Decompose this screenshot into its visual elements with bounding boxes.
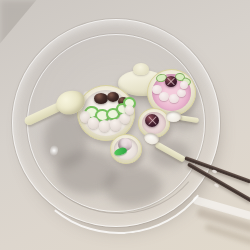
rice-ball [180, 81, 188, 89]
dumpling [125, 105, 134, 115]
dumpling [110, 119, 121, 131]
photo-miniature-food-scene [0, 0, 250, 250]
rice-ball [177, 89, 186, 97]
dumpling [88, 117, 99, 129]
leaf-bun-bowl [110, 134, 142, 164]
spoon-right-bowl [166, 111, 181, 122]
rice-ball [159, 92, 169, 101]
sesame-bun [145, 114, 159, 127]
sesame-ball [94, 93, 108, 104]
dumpling [99, 120, 110, 132]
lid-knob [133, 63, 149, 75]
dumpling-bowl [77, 85, 135, 141]
shadow-blob [104, 166, 162, 206]
cherry [165, 76, 177, 87]
